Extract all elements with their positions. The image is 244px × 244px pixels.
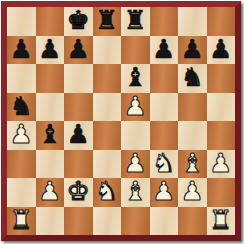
square-h3: ♟ bbox=[207, 150, 236, 179]
white-bishop-piece: ♝ bbox=[124, 178, 147, 205]
square-c8: ♚ bbox=[64, 7, 93, 36]
square-h6 bbox=[207, 64, 236, 93]
square-a5: ♞ bbox=[7, 93, 36, 122]
white-pawn-piece: ♟ bbox=[10, 121, 33, 148]
square-f2: ♟ bbox=[150, 178, 179, 207]
black-pawn-piece: ♟ bbox=[38, 36, 61, 63]
square-d4 bbox=[93, 121, 122, 150]
square-c5 bbox=[64, 93, 93, 122]
square-a8 bbox=[7, 7, 36, 36]
black-bishop-piece: ♝ bbox=[124, 64, 147, 91]
square-c7: ♟ bbox=[64, 36, 93, 65]
square-b3 bbox=[36, 150, 65, 179]
square-h5 bbox=[207, 93, 236, 122]
square-c4: ♟ bbox=[64, 121, 93, 150]
square-d8: ♜ bbox=[93, 7, 122, 36]
chess-board: ♚♜♜♟♟♟♟♟♟♝♞♞♟♟♝♟♟♞♝♟♟♚♞♝♟♟♜♜ bbox=[7, 7, 235, 235]
white-bishop-piece: ♝ bbox=[181, 150, 204, 177]
square-e7 bbox=[121, 36, 150, 65]
square-c6 bbox=[64, 64, 93, 93]
chess-board-frame: ♚♜♜♟♟♟♟♟♟♝♞♞♟♟♝♟♟♞♝♟♟♚♞♝♟♟♜♜ bbox=[1, 1, 241, 241]
square-g7: ♟ bbox=[178, 36, 207, 65]
white-pawn-piece: ♟ bbox=[38, 178, 61, 205]
white-rook-piece: ♜ bbox=[10, 207, 33, 234]
black-bishop-piece: ♝ bbox=[38, 121, 61, 148]
square-e5: ♟ bbox=[121, 93, 150, 122]
square-b8 bbox=[36, 7, 65, 36]
square-a6 bbox=[7, 64, 36, 93]
white-pawn-piece: ♟ bbox=[152, 178, 175, 205]
black-knight-piece: ♞ bbox=[181, 64, 204, 91]
square-f4 bbox=[150, 121, 179, 150]
square-h1: ♜ bbox=[207, 207, 236, 236]
square-f3: ♞ bbox=[150, 150, 179, 179]
square-a2 bbox=[7, 178, 36, 207]
square-f7: ♟ bbox=[150, 36, 179, 65]
square-b1 bbox=[36, 207, 65, 236]
square-f6 bbox=[150, 64, 179, 93]
white-pawn-piece: ♟ bbox=[209, 150, 232, 177]
black-pawn-piece: ♟ bbox=[67, 121, 90, 148]
square-e1 bbox=[121, 207, 150, 236]
square-g1 bbox=[178, 207, 207, 236]
square-d3 bbox=[93, 150, 122, 179]
square-e6: ♝ bbox=[121, 64, 150, 93]
square-b4: ♝ bbox=[36, 121, 65, 150]
square-g5 bbox=[178, 93, 207, 122]
white-king-piece: ♚ bbox=[67, 178, 90, 205]
square-b5 bbox=[36, 93, 65, 122]
square-g6: ♞ bbox=[178, 64, 207, 93]
square-c3 bbox=[64, 150, 93, 179]
square-e8: ♜ bbox=[121, 7, 150, 36]
square-b7: ♟ bbox=[36, 36, 65, 65]
square-f1 bbox=[150, 207, 179, 236]
square-d7 bbox=[93, 36, 122, 65]
square-b6 bbox=[36, 64, 65, 93]
white-rook-piece: ♜ bbox=[209, 207, 232, 234]
square-g4 bbox=[178, 121, 207, 150]
white-pawn-piece: ♟ bbox=[124, 150, 147, 177]
black-knight-piece: ♞ bbox=[10, 93, 33, 120]
white-pawn-piece: ♟ bbox=[124, 93, 147, 120]
black-pawn-piece: ♟ bbox=[181, 36, 204, 63]
white-knight-piece: ♞ bbox=[152, 150, 175, 177]
square-a1: ♜ bbox=[7, 207, 36, 236]
square-h4 bbox=[207, 121, 236, 150]
black-pawn-piece: ♟ bbox=[209, 36, 232, 63]
square-a4: ♟ bbox=[7, 121, 36, 150]
black-rook-piece: ♜ bbox=[95, 7, 118, 34]
white-knight-piece: ♞ bbox=[95, 178, 118, 205]
square-a7: ♟ bbox=[7, 36, 36, 65]
square-a3 bbox=[7, 150, 36, 179]
black-pawn-piece: ♟ bbox=[10, 36, 33, 63]
square-f5 bbox=[150, 93, 179, 122]
square-b2: ♟ bbox=[36, 178, 65, 207]
square-f8 bbox=[150, 7, 179, 36]
square-d5 bbox=[93, 93, 122, 122]
black-pawn-piece: ♟ bbox=[67, 36, 90, 63]
square-g3: ♝ bbox=[178, 150, 207, 179]
square-e3: ♟ bbox=[121, 150, 150, 179]
black-king-piece: ♚ bbox=[67, 7, 90, 34]
square-g2: ♟ bbox=[178, 178, 207, 207]
square-h7: ♟ bbox=[207, 36, 236, 65]
black-pawn-piece: ♟ bbox=[152, 36, 175, 63]
square-c2: ♚ bbox=[64, 178, 93, 207]
square-h2 bbox=[207, 178, 236, 207]
square-d6 bbox=[93, 64, 122, 93]
square-d1 bbox=[93, 207, 122, 236]
black-rook-piece: ♜ bbox=[124, 7, 147, 34]
white-pawn-piece: ♟ bbox=[181, 178, 204, 205]
square-c1 bbox=[64, 207, 93, 236]
square-h8 bbox=[207, 7, 236, 36]
square-d2: ♞ bbox=[93, 178, 122, 207]
square-e2: ♝ bbox=[121, 178, 150, 207]
square-g8 bbox=[178, 7, 207, 36]
square-e4 bbox=[121, 121, 150, 150]
